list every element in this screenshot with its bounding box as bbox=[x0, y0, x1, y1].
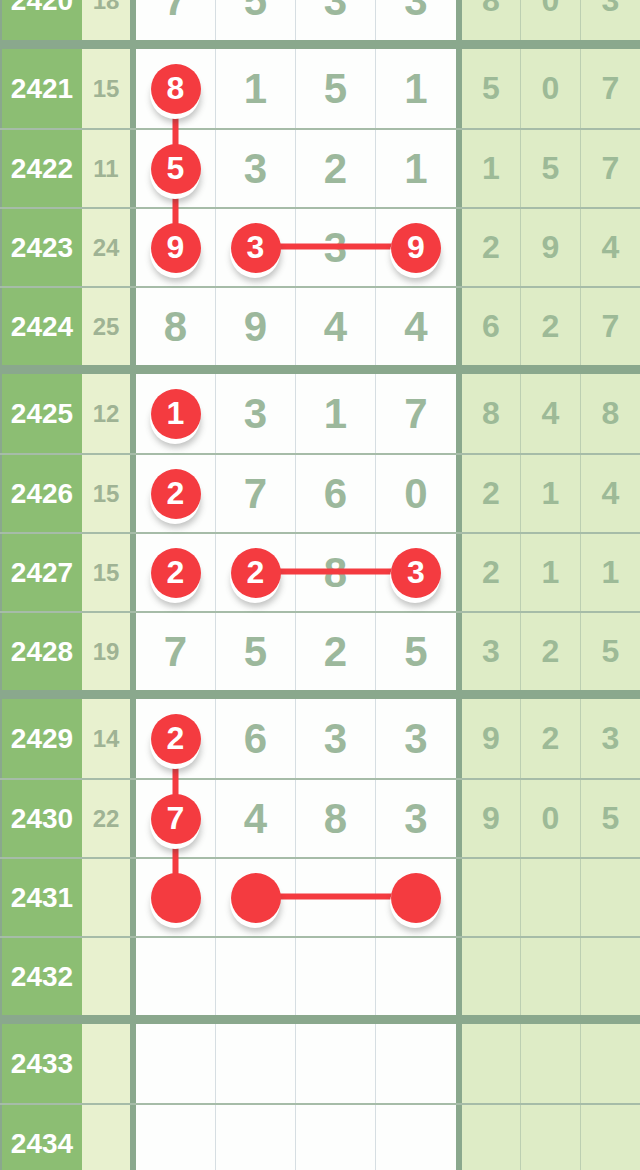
lottery-trend-chart[interactable]: 2420187533803242115815150724221153211572… bbox=[0, 0, 640, 1170]
main-digit-cell bbox=[215, 1105, 295, 1170]
main-digit-cell: 8 bbox=[136, 49, 215, 128]
right-digit-cell-text: 0 bbox=[542, 0, 560, 19]
main-digit-cell: 2 bbox=[136, 699, 215, 778]
hot-number-marker: 2 bbox=[231, 548, 281, 598]
sum-cell: 14 bbox=[82, 699, 130, 778]
sum-cell bbox=[82, 938, 130, 1015]
right-digit-cell: 4 bbox=[580, 455, 640, 532]
main-digit-cell: 1 bbox=[136, 374, 215, 453]
period-cell: 2424 bbox=[0, 288, 82, 365]
period-cell-text: 2422 bbox=[11, 153, 73, 185]
right-digit-cell bbox=[462, 859, 520, 936]
right-digit-cell-text: 4 bbox=[542, 395, 560, 432]
main-digit-cell: 9 bbox=[136, 209, 215, 286]
main-digit-cell: 5 bbox=[375, 613, 456, 690]
right-digit-cell-text: 5 bbox=[482, 70, 500, 107]
right-digit-cell-text: 4 bbox=[602, 229, 620, 266]
main-digit-cell: 9 bbox=[215, 288, 295, 365]
row-2428: 2428197525325 bbox=[0, 611, 640, 690]
row-2430: 2430227483905 bbox=[0, 778, 640, 857]
right-digit-cell: 3 bbox=[462, 613, 520, 690]
sum-cell: 19 bbox=[82, 613, 130, 690]
right-digit-cell-text: 2 bbox=[542, 720, 560, 757]
right-digit-cell: 0 bbox=[520, 49, 580, 128]
main-digit-cell: 1 bbox=[375, 130, 456, 207]
row-2431: 2431 bbox=[0, 857, 640, 936]
hot-number-marker: 7 bbox=[151, 794, 201, 844]
main-digit-cell bbox=[295, 859, 375, 936]
row-2426: 2426152760214 bbox=[0, 453, 640, 532]
right-digit-cell: 2 bbox=[520, 613, 580, 690]
hot-number-marker: 2 bbox=[151, 548, 201, 598]
main-digit: 3 bbox=[324, 224, 347, 272]
period-cell: 2432 bbox=[0, 938, 82, 1015]
main-digit: 2 bbox=[324, 628, 347, 676]
main-digit: 1 bbox=[404, 65, 427, 113]
main-digit-cell: 8 bbox=[136, 288, 215, 365]
right-digit-cell-text: 1 bbox=[542, 475, 560, 512]
period-cell-text: 2432 bbox=[11, 961, 73, 993]
row-2433: 2433 bbox=[0, 1024, 640, 1103]
main-digit-cell: 2 bbox=[136, 455, 215, 532]
main-digit: 5 bbox=[324, 65, 347, 113]
right-digit-cell-text: 5 bbox=[602, 800, 620, 837]
right-digit-cell bbox=[580, 1105, 640, 1170]
main-digit: 5 bbox=[244, 628, 267, 676]
right-digit-cell: 1 bbox=[580, 534, 640, 611]
main-digit-cell: 3 bbox=[375, 699, 456, 778]
main-digit-cell: 1 bbox=[375, 49, 456, 128]
right-digit-cell bbox=[580, 1024, 640, 1103]
main-digit: 6 bbox=[324, 470, 347, 518]
hot-number-marker: 9 bbox=[151, 223, 201, 273]
hot-number-marker: 9 bbox=[391, 223, 441, 273]
main-digit-cell: 3 bbox=[215, 374, 295, 453]
main-digit: 6 bbox=[244, 715, 267, 763]
right-digit-cell: 9 bbox=[462, 699, 520, 778]
right-digit-cell-text: 8 bbox=[602, 395, 620, 432]
main-digit-cell: 9 bbox=[375, 209, 456, 286]
main-digit-cell: 3 bbox=[295, 209, 375, 286]
main-digit-cell: 1 bbox=[295, 374, 375, 453]
row-2434: 2434 bbox=[0, 1103, 640, 1170]
main-digit-cell bbox=[215, 938, 295, 1015]
right-digit-cell-text: 5 bbox=[602, 633, 620, 670]
main-digit-cell: 3 bbox=[375, 0, 456, 40]
right-digit-cell: 8 bbox=[580, 374, 640, 453]
row-2421: 2421158151507 bbox=[0, 49, 640, 128]
main-digit: 3 bbox=[404, 795, 427, 843]
main-digit: 5 bbox=[244, 0, 267, 25]
period-cell: 2421 bbox=[0, 49, 82, 128]
row-2429: 2429142633923 bbox=[0, 699, 640, 778]
period-cell: 2431 bbox=[0, 859, 82, 936]
period-cell-text: 2426 bbox=[11, 478, 73, 510]
sum-cell: 15 bbox=[82, 534, 130, 611]
main-digit: 4 bbox=[404, 303, 427, 351]
sum-cell: 25 bbox=[82, 288, 130, 365]
period-cell: 2427 bbox=[0, 534, 82, 611]
main-digit-cell bbox=[295, 1024, 375, 1103]
right-digit-cell-text: 1 bbox=[542, 554, 560, 591]
row-2425: 2425121317848 bbox=[0, 374, 640, 453]
period-cell: 2428 bbox=[0, 613, 82, 690]
main-digit-cell: 3 bbox=[215, 209, 295, 286]
right-digit-cell-text: 7 bbox=[602, 150, 620, 187]
hot-number-marker: 2 bbox=[151, 714, 201, 764]
main-digit: 3 bbox=[324, 0, 347, 25]
sum-cell-text: 12 bbox=[93, 400, 120, 428]
right-digit-cell: 2 bbox=[462, 455, 520, 532]
right-digit-cell bbox=[580, 938, 640, 1015]
sum-cell bbox=[82, 1024, 130, 1103]
main-digit-cell: 2 bbox=[136, 534, 215, 611]
right-digit-cell: 9 bbox=[462, 780, 520, 857]
right-digit-cell: 2 bbox=[520, 699, 580, 778]
sum-cell: 11 bbox=[82, 130, 130, 207]
right-digit-cell: 7 bbox=[580, 130, 640, 207]
right-digit-cell bbox=[520, 1105, 580, 1170]
period-cell: 2420 bbox=[0, 0, 82, 40]
right-digit-cell-text: 8 bbox=[482, 395, 500, 432]
main-digit-cell bbox=[375, 938, 456, 1015]
right-digit-cell-text: 3 bbox=[602, 720, 620, 757]
right-digit-cell: 4 bbox=[580, 209, 640, 286]
main-digit: 8 bbox=[324, 795, 347, 843]
main-digit: 7 bbox=[164, 628, 187, 676]
main-digit-cell: 5 bbox=[215, 0, 295, 40]
right-digit-cell: 4 bbox=[520, 374, 580, 453]
period-cell-text: 2424 bbox=[11, 311, 73, 343]
period-cell-text: 2429 bbox=[11, 723, 73, 755]
main-digit: 9 bbox=[244, 303, 267, 351]
right-digit-cell: 0 bbox=[520, 780, 580, 857]
main-digit-cell: 4 bbox=[295, 288, 375, 365]
period-cell-text: 2433 bbox=[11, 1048, 73, 1080]
right-digit-cell-text: 3 bbox=[602, 0, 620, 19]
row-2423: 2423249339294 bbox=[0, 207, 640, 286]
main-digit-cell bbox=[295, 1105, 375, 1170]
main-digit: 3 bbox=[404, 0, 427, 25]
main-digit-cell: 3 bbox=[295, 699, 375, 778]
period-cell-text: 2421 bbox=[11, 73, 73, 105]
right-digit-cell: 8 bbox=[462, 0, 520, 40]
main-digit-cell: 2 bbox=[295, 130, 375, 207]
right-digit-cell: 0 bbox=[520, 0, 580, 40]
right-digit-cell-text: 2 bbox=[482, 229, 500, 266]
group-separator bbox=[0, 365, 640, 374]
right-digit-cell-text: 8 bbox=[482, 0, 500, 19]
main-digit-cell: 3 bbox=[375, 534, 456, 611]
period-cell: 2433 bbox=[0, 1024, 82, 1103]
period-cell: 2430 bbox=[0, 780, 82, 857]
main-digit: 1 bbox=[404, 145, 427, 193]
right-digit-cell: 5 bbox=[462, 49, 520, 128]
main-digit: 2 bbox=[324, 145, 347, 193]
main-digit-cell bbox=[136, 938, 215, 1015]
period-cell: 2429 bbox=[0, 699, 82, 778]
period-cell: 2426 bbox=[0, 455, 82, 532]
main-digit: 7 bbox=[164, 0, 187, 25]
right-digit-cell: 1 bbox=[462, 130, 520, 207]
main-digit-cell bbox=[136, 1024, 215, 1103]
hot-number-marker: 1 bbox=[151, 389, 201, 439]
main-digit-cell: 2 bbox=[215, 534, 295, 611]
sum-cell: 12 bbox=[82, 374, 130, 453]
period-cell: 2434 bbox=[0, 1105, 82, 1170]
main-digit: 5 bbox=[404, 628, 427, 676]
main-digit-cell bbox=[375, 1024, 456, 1103]
right-digit-cell-text: 7 bbox=[602, 308, 620, 345]
right-digit-cell-text: 9 bbox=[482, 720, 500, 757]
right-digit-cell-text: 1 bbox=[602, 554, 620, 591]
sum-cell-text: 15 bbox=[93, 480, 120, 508]
main-digit-cell bbox=[136, 859, 215, 936]
right-digit-cell: 5 bbox=[580, 780, 640, 857]
right-digit-cell bbox=[462, 1024, 520, 1103]
main-digit: 3 bbox=[324, 715, 347, 763]
right-digit-cell bbox=[520, 1024, 580, 1103]
main-digit-cell: 3 bbox=[375, 780, 456, 857]
period-cell-text: 2428 bbox=[11, 636, 73, 668]
main-digit-cell bbox=[375, 1105, 456, 1170]
right-digit-cell-text: 0 bbox=[542, 70, 560, 107]
sum-cell-text: 15 bbox=[93, 75, 120, 103]
red-dot-marker bbox=[391, 873, 441, 923]
right-digit-cell: 1 bbox=[520, 534, 580, 611]
sum-cell: 24 bbox=[82, 209, 130, 286]
main-digit: 0 bbox=[404, 470, 427, 518]
sum-cell bbox=[82, 1105, 130, 1170]
sum-cell-text: 24 bbox=[93, 234, 120, 262]
period-cell-text: 2434 bbox=[11, 1128, 73, 1160]
group-separator bbox=[0, 40, 640, 49]
hot-number-marker: 5 bbox=[151, 144, 201, 194]
red-dot-marker bbox=[151, 873, 201, 923]
main-digit-cell: 7 bbox=[136, 0, 215, 40]
row-2427: 2427152283211 bbox=[0, 532, 640, 611]
right-digit-cell: 3 bbox=[580, 699, 640, 778]
period-cell-text: 2430 bbox=[11, 803, 73, 835]
hot-number-marker: 8 bbox=[151, 64, 201, 114]
right-digit-cell: 5 bbox=[580, 613, 640, 690]
right-digit-cell bbox=[520, 859, 580, 936]
main-digit-cell: 7 bbox=[375, 374, 456, 453]
period-cell: 2423 bbox=[0, 209, 82, 286]
main-digit: 8 bbox=[164, 303, 187, 351]
row-2424: 2424258944627 bbox=[0, 286, 640, 365]
main-digit-cell bbox=[215, 859, 295, 936]
main-digit-cell: 7 bbox=[215, 455, 295, 532]
right-digit-cell bbox=[580, 859, 640, 936]
right-digit-cell-text: 2 bbox=[482, 475, 500, 512]
main-digit-cell: 2 bbox=[295, 613, 375, 690]
right-digit-cell: 9 bbox=[520, 209, 580, 286]
main-digit-cell bbox=[136, 1105, 215, 1170]
right-digit-cell bbox=[462, 1105, 520, 1170]
sum-cell-text: 22 bbox=[93, 805, 120, 833]
main-digit: 7 bbox=[244, 470, 267, 518]
right-digit-cell-text: 2 bbox=[542, 633, 560, 670]
main-digit-cell: 6 bbox=[295, 455, 375, 532]
right-digit-cell-text: 0 bbox=[542, 800, 560, 837]
sum-cell-text: 19 bbox=[93, 638, 120, 666]
main-digit: 4 bbox=[244, 795, 267, 843]
main-digit-cell: 8 bbox=[295, 534, 375, 611]
main-digit: 8 bbox=[324, 549, 347, 597]
right-digit-cell bbox=[462, 938, 520, 1015]
main-digit-cell: 6 bbox=[215, 699, 295, 778]
right-digit-cell bbox=[520, 938, 580, 1015]
main-digit-cell: 4 bbox=[375, 288, 456, 365]
main-digit-cell: 3 bbox=[215, 130, 295, 207]
period-cell-text: 2420 bbox=[11, 0, 73, 17]
right-digit-cell: 2 bbox=[462, 209, 520, 286]
sum-cell-text: 18 bbox=[93, 0, 120, 15]
row-2432: 2432 bbox=[0, 936, 640, 1015]
main-digit-cell: 8 bbox=[295, 780, 375, 857]
right-digit-cell: 6 bbox=[462, 288, 520, 365]
main-digit-cell: 1 bbox=[215, 49, 295, 128]
hot-number-marker: 3 bbox=[391, 548, 441, 598]
main-digit-cell bbox=[295, 938, 375, 1015]
group-separator bbox=[0, 690, 640, 699]
right-digit-cell-text: 7 bbox=[602, 70, 620, 107]
main-digit-cell: 3 bbox=[295, 0, 375, 40]
hot-number-marker: 2 bbox=[151, 469, 201, 519]
main-digit: 3 bbox=[244, 390, 267, 438]
row-2420: 2420187533803 bbox=[0, 0, 640, 40]
main-digit: 1 bbox=[324, 390, 347, 438]
main-digit-cell: 5 bbox=[215, 613, 295, 690]
right-digit-cell: 3 bbox=[580, 0, 640, 40]
main-digit-cell: 5 bbox=[136, 130, 215, 207]
sum-cell-text: 14 bbox=[93, 725, 120, 753]
red-dot-marker bbox=[231, 873, 281, 923]
sum-cell: 15 bbox=[82, 49, 130, 128]
sum-cell: 18 bbox=[82, 0, 130, 40]
right-digit-cell: 5 bbox=[520, 130, 580, 207]
right-digit-cell-text: 5 bbox=[542, 150, 560, 187]
right-digit-cell: 8 bbox=[462, 374, 520, 453]
main-digit-cell: 0 bbox=[375, 455, 456, 532]
main-digit-cell: 7 bbox=[136, 780, 215, 857]
period-cell: 2425 bbox=[0, 374, 82, 453]
sum-cell-text: 11 bbox=[93, 155, 118, 183]
period-cell: 2422 bbox=[0, 130, 82, 207]
main-digit-cell: 4 bbox=[215, 780, 295, 857]
right-digit-cell: 1 bbox=[520, 455, 580, 532]
right-digit-cell-text: 2 bbox=[482, 554, 500, 591]
right-digit-cell-text: 4 bbox=[602, 475, 620, 512]
group-separator bbox=[0, 1015, 640, 1024]
main-digit: 4 bbox=[324, 303, 347, 351]
right-digit-cell-text: 3 bbox=[482, 633, 500, 670]
hot-number-marker: 3 bbox=[231, 223, 281, 273]
period-cell-text: 2423 bbox=[11, 232, 73, 264]
right-digit-cell: 7 bbox=[580, 49, 640, 128]
right-digit-cell-text: 9 bbox=[482, 800, 500, 837]
right-digit-cell-text: 6 bbox=[482, 308, 500, 345]
main-digit: 3 bbox=[404, 715, 427, 763]
right-digit-cell-text: 1 bbox=[482, 150, 500, 187]
sum-cell-text: 15 bbox=[93, 559, 120, 587]
main-digit-cell bbox=[375, 859, 456, 936]
main-digit: 3 bbox=[244, 145, 267, 193]
period-cell-text: 2425 bbox=[11, 398, 73, 430]
main-digit-cell: 7 bbox=[136, 613, 215, 690]
main-digit: 1 bbox=[244, 65, 267, 113]
right-digit-cell-text: 2 bbox=[542, 308, 560, 345]
sum-cell-text: 25 bbox=[93, 313, 120, 341]
row-2422: 2422115321157 bbox=[0, 128, 640, 207]
right-digit-cell-text: 9 bbox=[542, 229, 560, 266]
right-digit-cell: 7 bbox=[580, 288, 640, 365]
sum-cell bbox=[82, 859, 130, 936]
sum-cell: 15 bbox=[82, 455, 130, 532]
sum-cell: 22 bbox=[82, 780, 130, 857]
main-digit-cell bbox=[215, 1024, 295, 1103]
right-digit-cell: 2 bbox=[520, 288, 580, 365]
period-cell-text: 2431 bbox=[11, 882, 73, 914]
main-digit: 7 bbox=[404, 390, 427, 438]
period-cell-text: 2427 bbox=[11, 557, 73, 589]
right-digit-cell: 2 bbox=[462, 534, 520, 611]
main-digit-cell: 5 bbox=[295, 49, 375, 128]
